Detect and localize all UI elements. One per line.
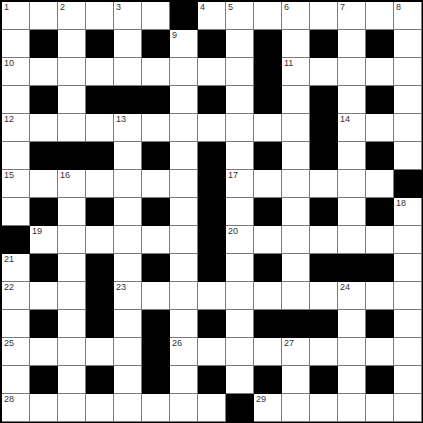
cell-r13c10[interactable] [282, 366, 310, 394]
cell-r1c8[interactable] [226, 30, 254, 58]
cell-r10c2[interactable] [58, 282, 86, 310]
cell-r10c10[interactable] [282, 282, 310, 310]
cell-r4c10[interactable] [282, 114, 310, 142]
cell-r2c2[interactable] [58, 58, 86, 86]
cell-r3c8[interactable] [226, 86, 254, 114]
cell-r8c3[interactable] [86, 226, 114, 254]
cell-r10c8[interactable] [226, 282, 254, 310]
clue-number-3: 3 [116, 2, 121, 13]
cell-r12c1[interactable] [30, 338, 58, 366]
cell-r12c12[interactable] [338, 338, 366, 366]
cell-r4c12[interactable]: 14 [338, 114, 366, 142]
cell-r5c0[interactable] [2, 142, 30, 170]
cell-r13c0[interactable] [2, 366, 30, 394]
cell-r1c2[interactable] [58, 30, 86, 58]
black-cell-r1c7 [198, 30, 226, 58]
cell-r7c10[interactable] [282, 198, 310, 226]
black-cell-r11c11 [310, 310, 338, 338]
clue-number-25: 25 [4, 338, 14, 349]
cell-r5c14[interactable] [394, 142, 422, 170]
black-cell-r9c13 [366, 254, 394, 282]
cell-r10c9[interactable] [254, 282, 282, 310]
cell-r0c13[interactable] [366, 2, 394, 30]
clue-number-4: 4 [200, 2, 205, 13]
cell-r14c1[interactable] [30, 394, 58, 422]
cell-r12c3[interactable] [86, 338, 114, 366]
black-cell-r11c13 [366, 310, 394, 338]
black-cell-r8c7 [198, 226, 226, 254]
cell-r4c7[interactable] [198, 114, 226, 142]
cell-r2c11[interactable] [310, 58, 338, 86]
cell-r14c5[interactable] [142, 394, 170, 422]
cell-r9c8[interactable] [226, 254, 254, 282]
cell-r5c10[interactable] [282, 142, 310, 170]
cell-r2c8[interactable] [226, 58, 254, 86]
cell-r14c7[interactable] [198, 394, 226, 422]
cell-r12c8[interactable] [226, 338, 254, 366]
cell-r13c8[interactable] [226, 366, 254, 394]
cell-r14c12[interactable] [338, 394, 366, 422]
cell-r7c2[interactable] [58, 198, 86, 226]
black-cell-r7c3 [86, 198, 114, 226]
cell-r3c6[interactable] [170, 86, 198, 114]
clue-number-24: 24 [340, 282, 350, 293]
black-cell-r13c9 [254, 366, 282, 394]
cell-r0c4[interactable]: 3 [114, 2, 142, 30]
clue-number-29: 29 [256, 394, 266, 405]
cell-r12c13[interactable] [366, 338, 394, 366]
cell-r7c12[interactable] [338, 198, 366, 226]
cell-r9c4[interactable] [114, 254, 142, 282]
cell-r7c0[interactable] [2, 198, 30, 226]
cell-r10c12[interactable]: 24 [338, 282, 366, 310]
cell-r6c3[interactable] [86, 170, 114, 198]
cell-r0c11[interactable] [310, 2, 338, 30]
cell-r4c4[interactable]: 13 [114, 114, 142, 142]
cell-r4c9[interactable] [254, 114, 282, 142]
clue-number-17: 17 [228, 170, 238, 181]
black-cell-r7c7 [198, 198, 226, 226]
cell-r0c12[interactable]: 7 [338, 2, 366, 30]
cell-r10c4[interactable]: 23 [114, 282, 142, 310]
black-cell-r9c12 [338, 254, 366, 282]
cell-r0c2[interactable]: 2 [58, 2, 86, 30]
black-cell-r3c4 [114, 86, 142, 114]
clue-number-23: 23 [116, 282, 126, 293]
black-cell-r1c3 [86, 30, 114, 58]
cell-r4c8[interactable] [226, 114, 254, 142]
black-cell-r11c3 [86, 310, 114, 338]
cell-r0c10[interactable]: 6 [282, 2, 310, 30]
black-cell-r3c9 [254, 86, 282, 114]
cell-r2c7[interactable] [198, 58, 226, 86]
cell-r10c13[interactable] [366, 282, 394, 310]
clue-number-9: 9 [172, 30, 177, 41]
cell-r10c11[interactable] [310, 282, 338, 310]
cell-r4c1[interactable] [30, 114, 58, 142]
clue-number-19: 19 [32, 226, 42, 237]
black-cell-r11c9 [254, 310, 282, 338]
black-cell-r2c9 [254, 58, 282, 86]
clue-number-15: 15 [4, 170, 14, 181]
cell-r14c14[interactable] [394, 394, 422, 422]
cell-r10c14[interactable] [394, 282, 422, 310]
cell-r5c12[interactable] [338, 142, 366, 170]
cell-r10c5[interactable] [142, 282, 170, 310]
clue-number-16: 16 [60, 170, 70, 181]
black-cell-r1c9 [254, 30, 282, 58]
cell-r8c11[interactable] [310, 226, 338, 254]
black-cell-r5c2 [58, 142, 86, 170]
cell-r8c14[interactable] [394, 226, 422, 254]
black-cell-r14c8 [226, 394, 254, 422]
black-cell-r9c7 [198, 254, 226, 282]
cell-r3c0[interactable] [2, 86, 30, 114]
black-cell-r13c7 [198, 366, 226, 394]
cell-r11c12[interactable] [338, 310, 366, 338]
black-cell-r3c7 [198, 86, 226, 114]
cell-r12c14[interactable] [394, 338, 422, 366]
cell-r14c9[interactable]: 29 [254, 394, 282, 422]
cell-r14c0[interactable]: 28 [2, 394, 30, 422]
clue-number-2: 2 [60, 2, 65, 13]
black-cell-r13c5 [142, 366, 170, 394]
clue-number-7: 7 [340, 2, 345, 13]
black-cell-r5c11 [310, 142, 338, 170]
cell-r2c10[interactable]: 11 [282, 58, 310, 86]
clue-number-13: 13 [116, 114, 126, 125]
black-cell-r0c6 [170, 2, 198, 30]
black-cell-r12c5 [142, 338, 170, 366]
clue-number-22: 22 [4, 282, 14, 293]
cell-r14c11[interactable] [310, 394, 338, 422]
clue-number-21: 21 [4, 254, 14, 265]
black-cell-r1c1 [30, 30, 58, 58]
cell-r1c14[interactable] [394, 30, 422, 58]
black-cell-r8c0 [2, 226, 30, 254]
cell-r7c4[interactable] [114, 198, 142, 226]
black-cell-r5c3 [86, 142, 114, 170]
cell-r10c1[interactable] [30, 282, 58, 310]
cell-r11c2[interactable] [58, 310, 86, 338]
cell-r0c0[interactable]: 1 [2, 2, 30, 30]
clue-number-12: 12 [4, 114, 14, 125]
cell-r4c6[interactable] [170, 114, 198, 142]
clue-number-26: 26 [172, 338, 182, 349]
black-cell-r5c13 [366, 142, 394, 170]
clue-number-28: 28 [4, 394, 14, 405]
cell-r8c8[interactable]: 20 [226, 226, 254, 254]
black-cell-r7c11 [310, 198, 338, 226]
black-cell-r5c7 [198, 142, 226, 170]
cell-r8c6[interactable] [170, 226, 198, 254]
cell-r6c2[interactable]: 16 [58, 170, 86, 198]
cell-r3c12[interactable] [338, 86, 366, 114]
cell-r11c6[interactable] [170, 310, 198, 338]
cell-r12c11[interactable] [310, 338, 338, 366]
cell-r2c5[interactable] [142, 58, 170, 86]
cell-r4c14[interactable] [394, 114, 422, 142]
cell-r12c6[interactable]: 26 [170, 338, 198, 366]
cell-r3c10[interactable] [282, 86, 310, 114]
cell-r9c10[interactable] [282, 254, 310, 282]
clue-number-11: 11 [284, 58, 293, 69]
cell-r14c13[interactable] [366, 394, 394, 422]
black-cell-r13c13 [366, 366, 394, 394]
black-cell-r1c13 [366, 30, 394, 58]
cell-r6c1[interactable] [30, 170, 58, 198]
cell-r12c4[interactable] [114, 338, 142, 366]
black-cell-r13c11 [310, 366, 338, 394]
clue-number-20: 20 [228, 226, 238, 237]
black-cell-r6c14 [394, 170, 422, 198]
cell-r9c2[interactable] [58, 254, 86, 282]
black-cell-r1c11 [310, 30, 338, 58]
cell-r9c0[interactable]: 21 [2, 254, 30, 282]
cell-r3c2[interactable] [58, 86, 86, 114]
black-cell-r3c1 [30, 86, 58, 114]
black-cell-r1c5 [142, 30, 170, 58]
cell-r0c8[interactable]: 5 [226, 2, 254, 30]
black-cell-r9c3 [86, 254, 114, 282]
cell-r6c10[interactable] [282, 170, 310, 198]
cell-r14c10[interactable] [282, 394, 310, 422]
cell-r6c6[interactable] [170, 170, 198, 198]
cell-r12c0[interactable]: 25 [2, 338, 30, 366]
cell-r9c6[interactable] [170, 254, 198, 282]
black-cell-r9c5 [142, 254, 170, 282]
clue-number-27: 27 [284, 338, 294, 349]
cell-r8c5[interactable] [142, 226, 170, 254]
cell-r0c3[interactable] [86, 2, 114, 30]
black-cell-r3c13 [366, 86, 394, 114]
cell-r6c13[interactable] [366, 170, 394, 198]
clue-number-18: 18 [396, 198, 406, 209]
cell-r10c0[interactable]: 22 [2, 282, 30, 310]
cell-r0c9[interactable] [254, 2, 282, 30]
cell-r1c0[interactable] [2, 30, 30, 58]
black-cell-r4c11 [310, 114, 338, 142]
cell-r8c10[interactable] [282, 226, 310, 254]
black-cell-r7c1 [30, 198, 58, 226]
black-cell-r5c9 [254, 142, 282, 170]
cell-r2c14[interactable] [394, 58, 422, 86]
cell-r14c3[interactable] [86, 394, 114, 422]
black-cell-r7c13 [366, 198, 394, 226]
cell-r13c2[interactable] [58, 366, 86, 394]
black-cell-r3c11 [310, 86, 338, 114]
cell-r2c13[interactable] [366, 58, 394, 86]
cell-r7c8[interactable] [226, 198, 254, 226]
cell-r1c4[interactable] [114, 30, 142, 58]
cell-r8c12[interactable] [338, 226, 366, 254]
cell-r14c4[interactable] [114, 394, 142, 422]
cell-r13c4[interactable] [114, 366, 142, 394]
cell-r2c4[interactable] [114, 58, 142, 86]
cell-r4c13[interactable] [366, 114, 394, 142]
cell-r11c0[interactable] [2, 310, 30, 338]
black-cell-r9c1 [30, 254, 58, 282]
cell-r8c1[interactable]: 19 [30, 226, 58, 254]
cell-r6c8[interactable]: 17 [226, 170, 254, 198]
cell-r10c7[interactable] [198, 282, 226, 310]
cell-r4c5[interactable] [142, 114, 170, 142]
black-cell-r9c9 [254, 254, 282, 282]
cell-r2c1[interactable] [30, 58, 58, 86]
cell-r2c0[interactable]: 10 [2, 58, 30, 86]
cell-r6c9[interactable] [254, 170, 282, 198]
cell-r11c14[interactable] [394, 310, 422, 338]
cell-r1c10[interactable] [282, 30, 310, 58]
cell-r2c3[interactable] [86, 58, 114, 86]
clue-number-5: 5 [228, 2, 233, 13]
black-cell-r11c7 [198, 310, 226, 338]
cell-r9c14[interactable] [394, 254, 422, 282]
cell-r2c12[interactable] [338, 58, 366, 86]
cell-r7c6[interactable] [170, 198, 198, 226]
clue-number-8: 8 [396, 2, 401, 13]
cell-r6c12[interactable] [338, 170, 366, 198]
cell-r6c11[interactable] [310, 170, 338, 198]
cell-r4c3[interactable] [86, 114, 114, 142]
cell-r3c14[interactable] [394, 86, 422, 114]
cell-r2c6[interactable] [170, 58, 198, 86]
cell-r4c2[interactable] [58, 114, 86, 142]
cell-r6c5[interactable] [142, 170, 170, 198]
black-cell-r11c5 [142, 310, 170, 338]
cell-r1c6[interactable]: 9 [170, 30, 198, 58]
black-cell-r11c1 [30, 310, 58, 338]
cell-r12c9[interactable] [254, 338, 282, 366]
cell-r4c0[interactable]: 12 [2, 114, 30, 142]
cell-r11c4[interactable] [114, 310, 142, 338]
cell-r0c1[interactable] [30, 2, 58, 30]
cell-r5c4[interactable] [114, 142, 142, 170]
crossword-grid: 1234567891011121314151617181920212223242… [0, 0, 423, 423]
black-cell-r3c3 [86, 86, 114, 114]
cell-r8c13[interactable] [366, 226, 394, 254]
cell-r8c4[interactable] [114, 226, 142, 254]
cell-r0c7[interactable]: 4 [198, 2, 226, 30]
clue-number-14: 14 [340, 114, 350, 125]
black-cell-r13c3 [86, 366, 114, 394]
cell-r6c4[interactable] [114, 170, 142, 198]
cell-r12c2[interactable] [58, 338, 86, 366]
black-cell-r11c10 [282, 310, 310, 338]
cell-r8c9[interactable] [254, 226, 282, 254]
cell-r1c12[interactable] [338, 30, 366, 58]
black-cell-r7c5 [142, 198, 170, 226]
black-cell-r9c11 [310, 254, 338, 282]
cell-r0c5[interactable] [142, 2, 170, 30]
cell-r7c14[interactable]: 18 [394, 198, 422, 226]
cell-r12c10[interactable]: 27 [282, 338, 310, 366]
cell-r14c6[interactable] [170, 394, 198, 422]
cell-r5c8[interactable] [226, 142, 254, 170]
cell-r13c12[interactable] [338, 366, 366, 394]
clue-number-6: 6 [284, 2, 289, 13]
cell-r0c14[interactable]: 8 [394, 2, 422, 30]
cell-r5c6[interactable] [170, 142, 198, 170]
black-cell-r13c1 [30, 366, 58, 394]
cell-r13c14[interactable] [394, 366, 422, 394]
cell-r8c2[interactable] [58, 226, 86, 254]
clue-number-1: 1 [4, 2, 9, 13]
cell-r10c6[interactable] [170, 282, 198, 310]
clue-number-10: 10 [4, 58, 14, 69]
cell-r14c2[interactable] [58, 394, 86, 422]
cell-r11c8[interactable] [226, 310, 254, 338]
black-cell-r6c7 [198, 170, 226, 198]
black-cell-r5c1 [30, 142, 58, 170]
black-cell-r5c5 [142, 142, 170, 170]
black-cell-r7c9 [254, 198, 282, 226]
cell-r6c0[interactable]: 15 [2, 170, 30, 198]
cell-r12c7[interactable] [198, 338, 226, 366]
cell-r13c6[interactable] [170, 366, 198, 394]
black-cell-r3c5 [142, 86, 170, 114]
black-cell-r10c3 [86, 282, 114, 310]
